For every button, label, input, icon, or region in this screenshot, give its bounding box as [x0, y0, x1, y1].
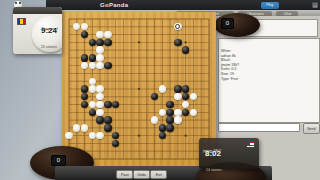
stone-black — [166, 116, 173, 123]
stone-white — [96, 31, 103, 38]
stone-black — [96, 116, 103, 123]
stone-white — [89, 101, 96, 108]
stone-black — [112, 132, 119, 139]
stone-black — [112, 140, 119, 147]
stone-layer — [62, 12, 216, 166]
stone-white — [81, 124, 88, 131]
stone-white — [96, 132, 103, 139]
white-player-name-bar: adrian 8k — [13, 7, 62, 14]
exit-button[interactable]: Exit — [150, 170, 167, 179]
stone-white — [96, 109, 103, 116]
white-player-card[interactable]: adrian 8k Byoyomi 1 9:24 25 stones — [13, 7, 62, 54]
stone-white — [190, 93, 197, 100]
stone-black — [166, 109, 173, 116]
stone-black — [159, 124, 166, 131]
stone-white — [174, 23, 181, 30]
stone-black — [166, 101, 173, 108]
undo-button[interactable]: Undo — [133, 170, 150, 179]
menu-icon[interactable]: ▤ — [312, 2, 318, 8]
stone-black — [174, 85, 181, 92]
stone-black — [182, 93, 189, 100]
stone-black — [182, 85, 189, 92]
white-byoyomi-stones: 25 stones — [22, 37, 57, 54]
stone-black — [81, 31, 88, 38]
stone-white — [96, 46, 103, 53]
stone-black — [81, 85, 88, 92]
stone-white — [104, 31, 111, 38]
stone-black — [151, 93, 158, 100]
chat-log-area[interactable]: White: adrian 8k Black: jimjim 18k? Komi… — [218, 38, 320, 123]
stone-black — [89, 39, 96, 46]
stone-white — [96, 101, 103, 108]
stone-white — [89, 132, 96, 139]
black-captures-badge: 0 — [221, 18, 234, 29]
gopanda-window: GoPanda Home Players Play Chat Games ▤ G… — [0, 0, 320, 180]
black-player-card[interactable]: jimjim 18k? 8:02 14 stones — [199, 138, 259, 169]
stone-white — [182, 101, 189, 108]
black-byoyomi-stones: 14 stones — [206, 160, 241, 178]
stone-black — [81, 93, 88, 100]
stone-black — [166, 124, 173, 131]
stone-white — [159, 85, 166, 92]
stone-white — [159, 109, 166, 116]
stone-white — [96, 54, 103, 61]
app-title: GoPanda — [100, 2, 128, 8]
nav-tab-play-active[interactable]: Play — [261, 2, 279, 9]
stone-black — [104, 101, 111, 108]
stone-white — [65, 132, 72, 139]
stone-white — [89, 85, 96, 92]
white-clock: 9:24 — [41, 26, 57, 35]
black-clock: 8:02 — [205, 149, 221, 158]
stone-black — [104, 116, 111, 123]
stone-black — [81, 101, 88, 108]
stone-black — [182, 46, 189, 53]
stone-black — [159, 132, 166, 139]
stone-black — [96, 39, 103, 46]
stone-white — [151, 116, 158, 123]
stone-white — [174, 116, 181, 123]
stone-white — [174, 93, 181, 100]
stone-white — [73, 23, 80, 30]
stone-black — [104, 62, 111, 69]
stone-white — [96, 93, 103, 100]
send-button[interactable]: Send — [303, 123, 320, 134]
stone-black — [81, 54, 88, 61]
stone-black — [112, 101, 119, 108]
stone-black — [174, 39, 181, 46]
stone-white — [96, 62, 103, 69]
stone-white — [96, 85, 103, 92]
stone-black — [182, 109, 189, 116]
stone-white — [81, 23, 88, 30]
stone-black — [104, 39, 111, 46]
stone-black — [89, 109, 96, 116]
go-board[interactable] — [62, 12, 216, 166]
stone-white — [190, 109, 197, 116]
chat-input[interactable] — [218, 123, 300, 132]
stone-black — [104, 124, 111, 131]
black-player-flag-usa — [246, 141, 255, 148]
stone-white — [89, 62, 96, 69]
stone-white — [81, 62, 88, 69]
pass-button[interactable]: Pass — [116, 170, 133, 179]
stone-white — [174, 109, 181, 116]
stone-white — [89, 78, 96, 85]
white-captures-badge: 0 — [51, 155, 66, 166]
stone-white — [73, 124, 80, 131]
stone-black — [89, 54, 96, 61]
